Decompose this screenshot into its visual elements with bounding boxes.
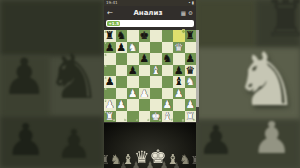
square-e8[interactable] [150, 30, 162, 42]
white-piece-p-g3[interactable]: ♟ [173, 88, 185, 100]
board-icon[interactable]: ▦ [181, 10, 186, 16]
black-piece-p-h6[interactable]: ♟ [185, 53, 197, 65]
gear-icon[interactable]: ⚙ [188, 10, 193, 16]
square-d8[interactable]: ♚ [139, 30, 151, 42]
white-piece-p-h2[interactable]: ♟ [185, 99, 197, 111]
square-g8[interactable] [173, 30, 185, 42]
board-wrapper: 8♜♞♚♜7♟♟♞♛6♟♞♟5♟♝♟♛4♟♝♞3♟♟♟2♟♟♟♟1a♜bcde♚… [104, 30, 196, 122]
pawn-photo-piece: ♟ [120, 162, 127, 168]
back-icon[interactable]: ← [107, 9, 115, 17]
phone-screen: 19:41 • ▮ ← Анализ ▦ ⚙ +1.5 8♜♞♚♜7♟♟♞♛6♟… [104, 0, 196, 168]
black-piece-n-f6[interactable]: ♞ [162, 53, 174, 65]
white-pawn-silhouette: ♟ [252, 116, 291, 160]
white-piece-p-f2[interactable]: ♟ [162, 99, 174, 111]
square-b4[interactable] [116, 76, 128, 88]
pawn-photo-piece: ♟ [146, 161, 154, 168]
square-g2[interactable] [173, 99, 185, 111]
black-piece-k-d8[interactable]: ♚ [139, 30, 151, 42]
rank-label: 3 [105, 88, 107, 91]
black-piece-p-d6[interactable]: ♟ [139, 53, 151, 65]
black-piece-p-b7[interactable]: ♟ [116, 42, 128, 54]
square-e6[interactable] [150, 53, 162, 65]
square-f5[interactable] [162, 65, 174, 77]
pawn-silhouette: ♟ [56, 124, 92, 164]
square-b2[interactable]: ♟ [116, 99, 128, 111]
square-a6[interactable]: 6 [104, 53, 116, 65]
white-piece-p-c3[interactable]: ♟ [127, 88, 139, 100]
square-a4[interactable]: 4♟ [104, 76, 116, 88]
square-c1[interactable]: c [127, 111, 139, 123]
square-c5[interactable]: ♟ [127, 65, 139, 77]
square-h1[interactable]: h♜ [185, 111, 197, 123]
square-a7[interactable]: 7♟ [104, 42, 116, 54]
square-a1[interactable]: 1a♜ [104, 111, 116, 123]
black-piece-r-h8[interactable]: ♜ [185, 30, 197, 42]
square-h2[interactable]: ♟ [185, 99, 197, 111]
square-e2[interactable] [150, 99, 162, 111]
square-g1[interactable]: g [173, 111, 185, 123]
pawn-photo-piece: ♟ [160, 161, 168, 168]
black-piece-b-g4[interactable]: ♝ [173, 76, 185, 88]
pawn-silhouette: ♟ [198, 120, 234, 160]
eval-badge: +1.5 [107, 21, 120, 26]
rank-label: 6 [105, 54, 107, 57]
white-piece-p-a2[interactable]: ♟ [104, 99, 116, 111]
square-c8[interactable] [127, 30, 139, 42]
white-piece-b-e5[interactable]: ♝ [150, 65, 162, 77]
white-piece-r-h1[interactable]: ♜ [185, 111, 197, 123]
square-b6[interactable] [116, 53, 128, 65]
square-h4[interactable]: ♞ [185, 76, 197, 88]
square-c3[interactable]: ♟ [127, 88, 139, 100]
chess-board[interactable]: 8♜♞♚♜7♟♟♞♛6♟♞♟5♟♝♟♛4♟♝♞3♟♟♟2♟♟♟♟1a♜bcde♚… [104, 30, 196, 122]
black-piece-p-a7[interactable]: ♟ [104, 42, 116, 54]
square-d1[interactable]: d [139, 111, 151, 123]
square-g4[interactable]: ♝ [173, 76, 185, 88]
square-c7[interactable]: ♞ [127, 42, 139, 54]
square-b8[interactable]: ♞ [116, 30, 128, 42]
square-f4[interactable] [162, 76, 174, 88]
square-g7[interactable]: ♛ [173, 42, 185, 54]
app-header: ← Анализ ▦ ⚙ [104, 6, 196, 19]
square-d5[interactable] [139, 65, 151, 77]
square-e1[interactable]: e♚ [150, 111, 162, 123]
white-piece-b-f1[interactable]: ♝ [162, 111, 174, 123]
photo-pieces-front-row: ♟ ♟ ♟ ♟ ♟ [104, 161, 196, 168]
chess-photo-strip: ♜ ♞ ♝ ♛ ♚ ♝ ♞ ♜ ♟ ♟ ♟ ♟ ♟ [104, 123, 196, 168]
square-h6[interactable]: ♟ [185, 53, 197, 65]
black-piece-p-a4[interactable]: ♟ [104, 76, 116, 88]
white-piece-q-g7[interactable]: ♛ [173, 42, 185, 54]
eval-bar-black-portion [196, 107, 199, 123]
square-e3[interactable] [150, 88, 162, 100]
square-c4[interactable] [127, 76, 139, 88]
pawn-photo-piece: ♟ [173, 162, 180, 168]
square-c2[interactable] [127, 99, 139, 111]
pawn-silhouette: ♟ [2, 52, 47, 102]
square-f8[interactable] [162, 30, 174, 42]
engine-suggestion-bar[interactable]: +1.5 [106, 20, 194, 27]
white-piece-n-h4[interactable]: ♞ [185, 76, 197, 88]
square-d3[interactable]: ♟ [139, 88, 151, 100]
white-knight-silhouette: ♞ [233, 42, 299, 116]
white-piece-r-a1[interactable]: ♜ [104, 111, 116, 123]
square-f2[interactable]: ♟ [162, 99, 174, 111]
square-g6[interactable] [173, 53, 185, 65]
square-h8[interactable]: ♜ [185, 30, 197, 42]
square-a8[interactable]: 8♜ [104, 30, 116, 42]
white-piece-k-e1[interactable]: ♚ [150, 111, 162, 123]
square-b1[interactable]: b [116, 111, 128, 123]
square-e4[interactable] [150, 76, 162, 88]
page-title: Анализ [115, 9, 181, 17]
white-piece-n-c7[interactable]: ♞ [127, 42, 139, 54]
square-d2[interactable] [139, 99, 151, 111]
status-time: 19:41 [106, 0, 118, 6]
pawn-photo-piece: ♟ [132, 161, 140, 168]
rank-label: 5 [105, 65, 107, 68]
square-b5[interactable] [116, 65, 128, 77]
square-d4[interactable] [139, 76, 151, 88]
square-e5[interactable]: ♝ [150, 65, 162, 77]
black-piece-n-b8[interactable]: ♞ [116, 30, 128, 42]
battery-icon: • ▮ [188, 0, 194, 6]
eval-bar [196, 30, 199, 123]
square-d6[interactable]: ♟ [139, 53, 151, 65]
black-piece-r-a8[interactable]: ♜ [104, 30, 116, 42]
white-piece-p-d3[interactable]: ♟ [139, 88, 151, 100]
square-f1[interactable]: f♝ [162, 111, 174, 123]
square-e7[interactable] [150, 42, 162, 54]
square-c6[interactable] [127, 53, 139, 65]
square-b7[interactable]: ♟ [116, 42, 128, 54]
square-g3[interactable]: ♟ [173, 88, 185, 100]
square-f6[interactable]: ♞ [162, 53, 174, 65]
square-a2[interactable]: 2♟ [104, 99, 116, 111]
pawn-silhouette: ♟ [6, 118, 45, 162]
screenshot-stage: ♟ ♞ ♟ ♟ ♜ ♞ ♟ ♟ 19:41 • ▮ ← Анализ ▦ ⚙ +… [0, 0, 300, 168]
white-piece-p-b2[interactable]: ♟ [116, 99, 128, 111]
knight-silhouette: ♞ [46, 46, 102, 108]
black-piece-p-c5[interactable]: ♟ [127, 65, 139, 77]
